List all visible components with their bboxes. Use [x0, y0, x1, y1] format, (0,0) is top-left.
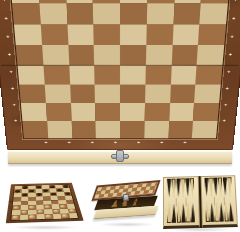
black-pawn: ♟	[200, 2, 227, 24]
checkers-grid	[11, 185, 78, 220]
square	[94, 45, 120, 65]
square: ♛	[96, 121, 120, 138]
backgammon-panel-right	[200, 175, 238, 228]
white-pawn: ♟	[120, 100, 144, 121]
checker-light	[12, 215, 18, 219]
square	[94, 65, 120, 84]
checker-light	[21, 210, 27, 214]
square: ♟	[21, 103, 47, 121]
square: ♟	[144, 103, 169, 121]
square: ♝	[65, 0, 93, 3]
backgammon-point	[167, 204, 172, 223]
backgammon-point	[181, 203, 186, 222]
thumbnail-backgammon-board[interactable]	[161, 171, 240, 232]
backgammon-point	[190, 203, 195, 222]
square	[95, 84, 120, 103]
backgammon-point	[205, 203, 210, 222]
black-pawn: ♟	[120, 2, 147, 24]
chess-board: ♜♞♝♛♚♝♞♜♟♟♟♟♟♟♟♟♟♟♟♟♟♟♟♟♜♞♝♛♚♝♞♜	[0, 0, 240, 150]
square: ♝	[71, 121, 96, 138]
square: ♞	[47, 121, 72, 138]
backgammon-point	[222, 177, 227, 196]
square	[145, 84, 171, 103]
checker-light	[53, 209, 59, 213]
square	[197, 45, 224, 65]
black-king: ♚	[120, 0, 147, 3]
product-photo: 3-in-1 folding wooden board game set: ch…	[0, 0, 240, 232]
square	[67, 25, 94, 46]
square: ♛	[93, 0, 120, 3]
backgammon-point	[185, 178, 190, 197]
black-pawn: ♟	[93, 2, 120, 24]
thumbnail-shadow	[11, 225, 80, 230]
backgammon-point	[176, 178, 181, 197]
clasp-icon	[111, 150, 129, 163]
square: ♟	[120, 3, 147, 24]
backgammon-board	[163, 175, 238, 229]
square	[170, 84, 196, 103]
backgammon-point	[171, 179, 176, 198]
backgammon-point	[172, 204, 177, 223]
black-pawn: ♟	[173, 2, 200, 24]
square: ♝	[144, 121, 169, 138]
square: ♟	[169, 103, 195, 121]
backgammon-point	[219, 202, 224, 221]
square	[94, 25, 120, 46]
square	[171, 45, 198, 65]
square	[14, 25, 42, 46]
square: ♟	[95, 103, 120, 121]
white-pawn: ♟	[144, 100, 168, 121]
backgammon-panel-left	[163, 176, 200, 229]
checker-light	[13, 206, 19, 209]
square	[120, 25, 146, 46]
box-front-edge	[8, 151, 232, 164]
black-bishop: ♝	[147, 0, 174, 3]
black-pawn: ♟	[40, 2, 67, 24]
square: ♞	[168, 121, 193, 138]
square	[44, 84, 70, 103]
backgammon-point	[227, 177, 232, 196]
square: ♜	[10, 0, 39, 3]
backgammon-point	[218, 177, 223, 196]
square	[69, 65, 95, 84]
checker-light	[62, 214, 69, 218]
square	[43, 65, 69, 84]
square: ♟	[39, 3, 67, 24]
checker-light	[45, 205, 51, 208]
white-pawn: ♟	[71, 100, 95, 121]
backgammon-point	[204, 178, 209, 197]
backgammon-points-row	[167, 203, 195, 223]
backgammon-point	[186, 203, 191, 222]
thumbnail-checkers-board[interactable]	[2, 174, 88, 230]
square	[172, 25, 199, 46]
square	[196, 65, 223, 84]
white-pawn: ♟	[96, 100, 120, 121]
square: ♟	[199, 3, 227, 24]
checkers-square	[20, 214, 28, 219]
square: ♝	[147, 0, 175, 3]
square	[41, 25, 68, 46]
square	[120, 45, 146, 65]
main-image-chess-board[interactable]: ♜♞♝♛♚♝♞♜♟♟♟♟♟♟♟♟♟♟♟♟♟♟♟♟♜♞♝♛♚♝♞♜	[7, 0, 233, 164]
square	[16, 45, 43, 65]
square: ♜	[201, 0, 230, 3]
checker-light	[69, 209, 76, 213]
backgammon-point	[224, 202, 229, 221]
square: ♟	[93, 3, 120, 24]
black-knight: ♞	[39, 0, 66, 3]
backgammon-point	[209, 178, 214, 197]
square: ♟	[12, 3, 40, 24]
clasp-plate	[116, 150, 124, 162]
black-bishop: ♝	[66, 0, 93, 3]
clasp-icon	[123, 194, 129, 201]
backgammon-point	[214, 203, 219, 222]
square: ♟	[173, 3, 201, 24]
square	[170, 65, 196, 84]
checkers-board	[6, 183, 84, 223]
checker-light	[45, 215, 51, 219]
square: ♜	[192, 121, 218, 138]
backgammon-point	[209, 203, 214, 222]
backgammon-point	[213, 178, 218, 197]
checkers-square	[68, 213, 77, 218]
black-pawn: ♟	[147, 2, 174, 24]
square	[70, 84, 96, 103]
square	[198, 25, 226, 46]
square: ♟	[146, 3, 173, 24]
thumbnail-folded-box[interactable]: ♟♞♝	[92, 181, 162, 227]
backgammon-point	[176, 204, 181, 223]
square	[19, 84, 45, 103]
square	[194, 84, 220, 103]
square: ♟	[193, 103, 219, 121]
backgammon-points-row	[205, 202, 234, 222]
black-knight: ♞	[174, 0, 201, 3]
square: ♚	[120, 0, 147, 3]
square: ♟	[120, 103, 145, 121]
backgammon-point	[190, 178, 195, 197]
thumbnail-shadow	[99, 222, 155, 227]
black-pawn: ♟	[67, 2, 94, 24]
checker-light	[37, 210, 43, 214]
square	[120, 84, 145, 103]
checker-light	[60, 205, 66, 208]
backgammon-points-row	[204, 177, 232, 196]
backgammon-point	[228, 202, 233, 221]
square	[146, 25, 173, 46]
square	[18, 65, 45, 84]
backgammon-point	[167, 179, 171, 198]
backgammon-point	[181, 178, 186, 197]
square: ♜	[22, 121, 48, 138]
checker-light	[29, 215, 35, 219]
square: ♞	[174, 0, 202, 3]
square	[146, 45, 172, 65]
square	[120, 65, 146, 84]
black-queen: ♛	[93, 0, 120, 3]
white-pawn: ♟	[169, 100, 193, 121]
fold-hinge-line	[1, 64, 238, 65]
square: ♟	[70, 103, 95, 121]
square	[42, 45, 69, 65]
black-rook: ♜	[201, 0, 228, 3]
pin-dots-icon	[34, 142, 205, 144]
chess-grid: ♜♞♝♛♚♝♞♜♟♟♟♟♟♟♟♟♟♟♟♟♟♟♟♟♜♞♝♛♚♝♞♜	[10, 0, 230, 138]
square: ♟	[46, 103, 72, 121]
black-rook: ♜	[12, 0, 39, 3]
white-pawn: ♟	[47, 100, 71, 121]
backgammon-points-row	[167, 178, 195, 197]
square: ♞	[38, 0, 66, 3]
square: ♚	[120, 121, 144, 138]
square	[145, 65, 171, 84]
square: ♟	[66, 3, 93, 24]
square	[68, 45, 94, 65]
checker-light	[29, 206, 35, 209]
white-pawn: ♟	[22, 100, 46, 121]
black-pawn: ♟	[14, 2, 41, 24]
checkers-square	[28, 214, 36, 219]
white-pawn: ♟	[193, 100, 217, 121]
